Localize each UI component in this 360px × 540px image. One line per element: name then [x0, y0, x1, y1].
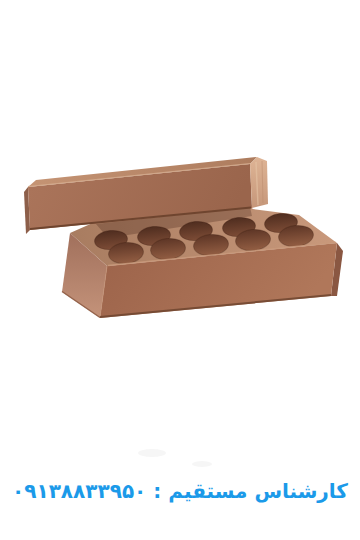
product-photo-canvas: کارشناس مستقیم:۰۹۱۳۸۸۳۳۹۵۰: [0, 0, 360, 540]
faint-smudge: [138, 449, 166, 457]
contact-phone-line: کارشناس مستقیم:۰۹۱۳۸۸۳۳۹۵۰: [12, 479, 348, 504]
contact-separator: :: [153, 479, 161, 503]
bricks-illustration: [0, 0, 360, 540]
faint-smudge: [192, 461, 212, 467]
bar-right-end-face: [250, 157, 268, 208]
contact-label: کارشناس مستقیم: [168, 479, 348, 503]
contact-phone-number: ۰۹۱۳۸۸۳۳۹۵۰: [12, 479, 146, 503]
